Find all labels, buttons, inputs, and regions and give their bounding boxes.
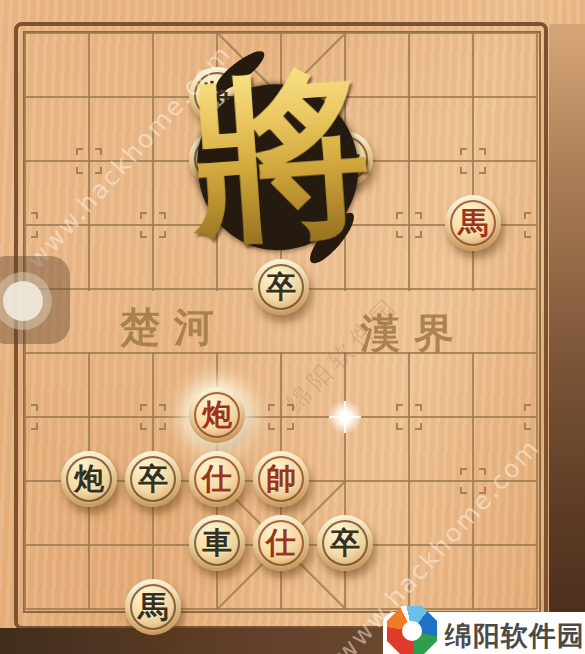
point-marker <box>524 404 531 411</box>
point-marker <box>460 468 467 475</box>
piece-glyph: 卒 <box>317 515 373 571</box>
point-marker <box>287 423 294 430</box>
check-text: 將 <box>142 21 419 289</box>
piece-glyph: 馬 <box>125 579 181 635</box>
piece-red-炮[interactable]: 炮 <box>189 387 245 443</box>
point-marker <box>140 231 147 238</box>
piece-red-馬[interactable]: 馬 <box>445 195 501 251</box>
piece-black-卒[interactable]: 卒 <box>125 451 181 507</box>
river-label-chu: 楚河 <box>120 300 228 355</box>
piece-black-車[interactable]: 車 <box>189 515 245 571</box>
piece-red-仕[interactable]: 仕 <box>253 515 309 571</box>
point-marker <box>524 212 531 219</box>
point-marker <box>31 423 38 430</box>
piece-glyph: 卒 <box>125 451 181 507</box>
point-marker <box>460 167 467 174</box>
piece-black-卒[interactable]: 卒 <box>317 515 373 571</box>
grid-line <box>536 33 538 609</box>
piece-black-炮[interactable]: 炮 <box>61 451 117 507</box>
piece-glyph: 仕 <box>253 515 309 571</box>
point-marker <box>76 148 83 155</box>
piece-glyph: 仕 <box>189 451 245 507</box>
point-marker <box>268 423 275 430</box>
piece-red-帥[interactable]: 帥 <box>253 451 309 507</box>
piece-glyph: 馬 <box>445 195 501 251</box>
right-wood-edge <box>549 24 585 654</box>
point-marker <box>415 423 422 430</box>
point-marker <box>95 148 102 155</box>
point-marker <box>460 487 467 494</box>
piece-black-馬[interactable]: 馬 <box>125 579 181 635</box>
grid-line <box>472 33 474 291</box>
point-marker <box>460 148 467 155</box>
point-marker <box>479 167 486 174</box>
point-marker <box>159 404 166 411</box>
piece-red-仕[interactable]: 仕 <box>189 451 245 507</box>
point-marker <box>31 212 38 219</box>
point-marker <box>524 423 531 430</box>
site-logo-icon <box>387 606 437 654</box>
point-marker <box>524 231 531 238</box>
floating-assistive-button[interactable] <box>0 256 70 344</box>
point-marker <box>479 148 486 155</box>
point-marker <box>415 404 422 411</box>
sparkle-effect <box>327 399 363 435</box>
point-marker <box>140 423 147 430</box>
grid-line <box>88 33 90 291</box>
point-marker <box>396 404 403 411</box>
grid-line <box>472 352 474 610</box>
site-logo-text: 绵阳软件园 <box>445 618 585 654</box>
point-marker <box>76 167 83 174</box>
point-marker <box>159 423 166 430</box>
piece-glyph: 車 <box>189 515 245 571</box>
point-marker <box>31 404 38 411</box>
piece-glyph: 帥 <box>253 451 309 507</box>
floating-button-dot <box>3 281 43 321</box>
point-marker <box>140 404 147 411</box>
point-marker <box>268 404 275 411</box>
logo-icon-center <box>402 621 422 641</box>
xiangqi-game-screen: 楚河 漢界 绵阳软件园 將士士馬卒炮炮卒仕帥車仕卒馬 將 www.hackhom… <box>0 0 585 654</box>
point-marker <box>415 212 422 219</box>
point-marker <box>140 212 147 219</box>
point-marker <box>396 423 403 430</box>
piece-glyph: 炮 <box>61 451 117 507</box>
site-logo-banner[interactable]: 绵阳软件园 <box>383 612 585 654</box>
piece-glyph: 炮 <box>189 387 245 443</box>
